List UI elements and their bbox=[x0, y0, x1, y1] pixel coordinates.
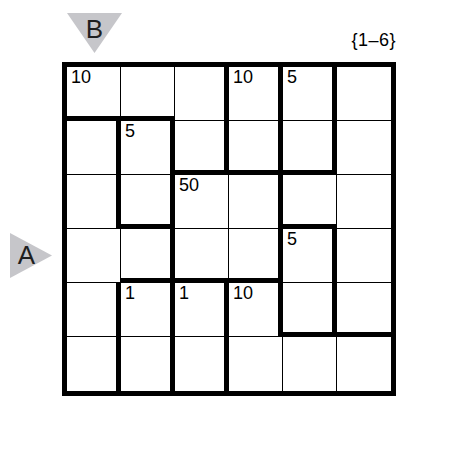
cell-r4c5[interactable]: 5 bbox=[283, 229, 337, 283]
cage-clue: 10 bbox=[233, 68, 253, 88]
cell-r6c6[interactable] bbox=[337, 337, 391, 391]
cell-r6c3[interactable] bbox=[175, 337, 229, 391]
cell-r2c3[interactable] bbox=[175, 121, 229, 175]
cage-clue: 5 bbox=[287, 230, 297, 250]
cell-r6c5[interactable] bbox=[283, 337, 337, 391]
cell-r3c5[interactable] bbox=[283, 175, 337, 229]
tomtom-board: 1010555051110 bbox=[62, 62, 396, 396]
cell-r1c2[interactable] bbox=[121, 67, 175, 121]
cage-clue: 10 bbox=[233, 284, 253, 304]
cell-r2c6[interactable] bbox=[337, 121, 391, 175]
cell-r5c2[interactable]: 1 bbox=[121, 283, 175, 337]
marker-a-label: A bbox=[18, 240, 36, 270]
cell-r3c2[interactable] bbox=[121, 175, 175, 229]
cell-r2c5[interactable] bbox=[283, 121, 337, 175]
cell-r3c4[interactable] bbox=[229, 175, 283, 229]
digit-range-label: {1–6} bbox=[276, 30, 396, 51]
cell-r6c2[interactable] bbox=[121, 337, 175, 391]
cell-r6c1[interactable] bbox=[67, 337, 121, 391]
cage-clue: 1 bbox=[179, 284, 189, 304]
cell-r1c3[interactable] bbox=[175, 67, 229, 121]
cell-r5c3[interactable]: 1 bbox=[175, 283, 229, 337]
answer-marker-b: B bbox=[67, 13, 122, 53]
cell-r4c1[interactable] bbox=[67, 229, 121, 283]
cell-r2c4[interactable] bbox=[229, 121, 283, 175]
cell-r2c2[interactable]: 5 bbox=[121, 121, 175, 175]
cell-r5c6[interactable] bbox=[337, 283, 391, 337]
cage-clue: 5 bbox=[287, 68, 297, 88]
cell-r2c1[interactable] bbox=[67, 121, 121, 175]
answer-marker-a: A bbox=[10, 233, 52, 278]
cell-r4c4[interactable] bbox=[229, 229, 283, 283]
cell-r6c4[interactable] bbox=[229, 337, 283, 391]
cage-clue: 5 bbox=[125, 122, 135, 142]
cell-r3c1[interactable] bbox=[67, 175, 121, 229]
cell-r5c5[interactable] bbox=[283, 283, 337, 337]
cell-r1c6[interactable] bbox=[337, 67, 391, 121]
cage-clue: 50 bbox=[179, 176, 199, 196]
puzzle-page: B {1–6} A 1010555051110 bbox=[0, 0, 459, 459]
cage-clue: 10 bbox=[71, 68, 91, 88]
cell-r5c4[interactable]: 10 bbox=[229, 283, 283, 337]
cell-r3c6[interactable] bbox=[337, 175, 391, 229]
cell-r3c3[interactable]: 50 bbox=[175, 175, 229, 229]
cell-r1c1[interactable]: 10 bbox=[67, 67, 121, 121]
cell-r4c3[interactable] bbox=[175, 229, 229, 283]
cell-r5c1[interactable] bbox=[67, 283, 121, 337]
marker-b-label: B bbox=[86, 14, 103, 44]
cell-r4c6[interactable] bbox=[337, 229, 391, 283]
cell-r1c5[interactable]: 5 bbox=[283, 67, 337, 121]
cell-r4c2[interactable] bbox=[121, 229, 175, 283]
cage-clue: 1 bbox=[125, 284, 135, 304]
cell-r1c4[interactable]: 10 bbox=[229, 67, 283, 121]
